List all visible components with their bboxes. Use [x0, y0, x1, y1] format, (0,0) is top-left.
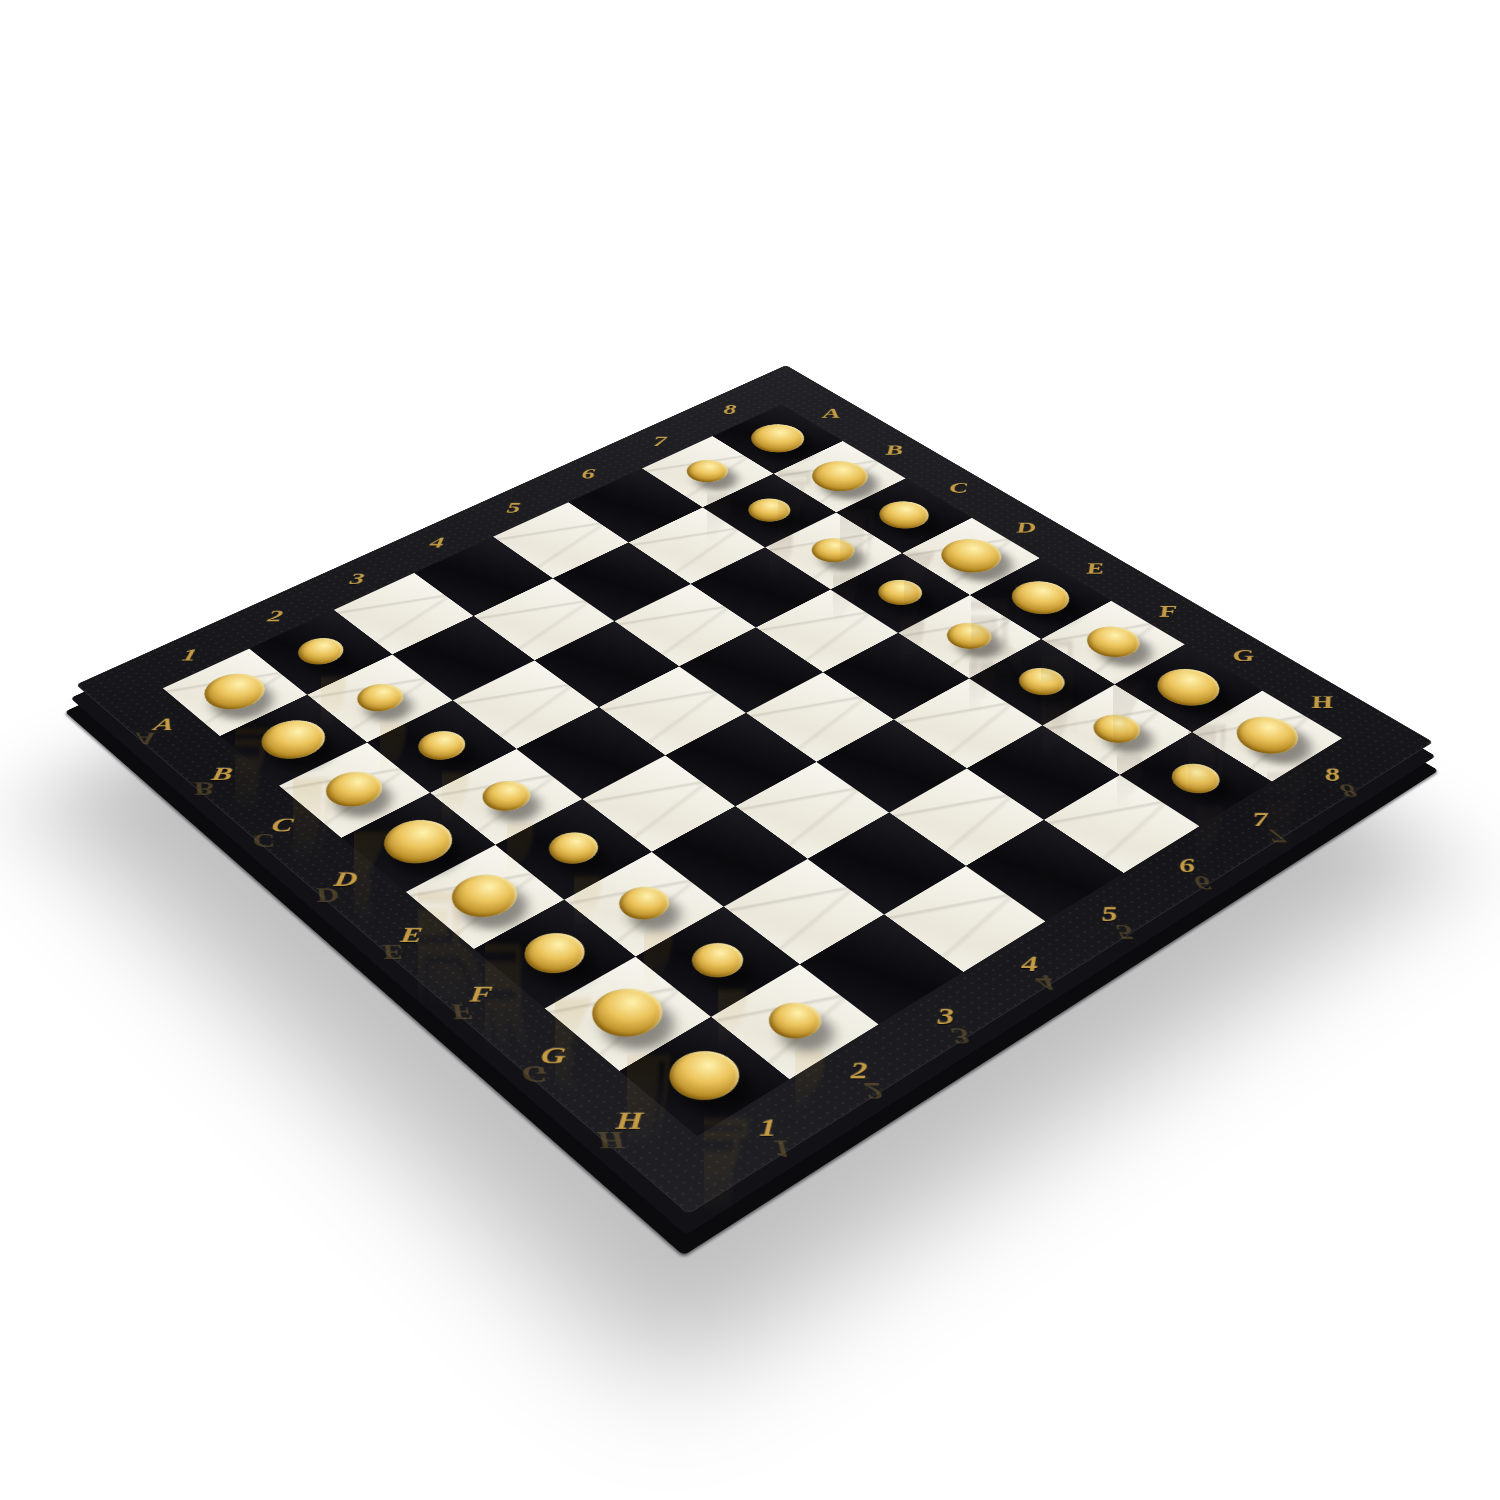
photo-backdrop: AAA111BBB222CCC333DDD444EEE555FFF666GGG7…	[0, 0, 1500, 1500]
pawn-icon: ♟	[1079, 611, 1156, 737]
coordinate-label-reflection: 5	[1099, 916, 1152, 948]
coordinate-label-reflection: E	[366, 936, 419, 969]
coordinate-label-upper_left: 4	[415, 531, 459, 554]
coordinate-label-reflection: B	[177, 775, 229, 803]
rook-icon: ♜	[635, 857, 774, 1084]
pawn-icon: ♟	[674, 366, 742, 478]
coordinate-label-upper_left: 6	[568, 463, 609, 484]
coordinate-label-reflection: H	[583, 1122, 637, 1160]
pawn-icon: ♟	[864, 481, 936, 599]
coordinate-label-reflection: 2	[847, 1073, 900, 1109]
coordinate-label-reflection: 8	[1322, 777, 1375, 805]
coordinate-label-reflection: C	[237, 826, 289, 856]
coordinate-label-reflection: G	[507, 1057, 561, 1093]
pawn-icon: ♟	[933, 523, 1007, 644]
coordinate-label-lower_left: G	[527, 1038, 580, 1073]
coordinate-label-reflection: 4	[1018, 966, 1071, 999]
coordinate-label-lower_left: F	[454, 977, 507, 1011]
coordinate-label-reflection: 1	[756, 1130, 809, 1168]
chess-board: AAA111BBB222CCC333DDD444EEE555FFF666GGG7…	[76, 365, 1433, 1214]
coordinate-label-reflection: 3	[934, 1019, 987, 1054]
pawn-icon: ♟	[735, 403, 804, 517]
coordinate-label-reflection: 6	[1176, 868, 1229, 899]
coordinate-label-reflection: 7	[1250, 822, 1303, 852]
coordinate-label-upper_left: 5	[492, 497, 534, 519]
pawn-icon: ♟	[1004, 566, 1079, 689]
coordinate-label-lower_right: 3	[920, 999, 973, 1033]
coordinate-label-reflection: D	[300, 880, 353, 911]
coordinate-label-reflection: A	[119, 725, 171, 752]
coordinate-label-reflection: F	[435, 995, 489, 1029]
pawn-icon: ♟	[798, 442, 869, 558]
pawn-icon: ♟	[1156, 658, 1234, 787]
